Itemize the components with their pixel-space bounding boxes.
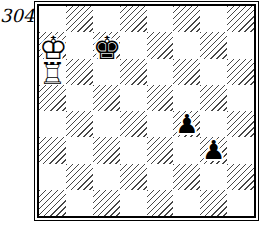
square-h5 (227, 85, 254, 111)
piece-black-king-c7: ♚ (93, 32, 120, 58)
square-c3 (93, 137, 120, 163)
black-pawn-glyph: ♟ (202, 137, 225, 163)
chess-board: ♚♔♚♜♖♟♟ (37, 4, 256, 218)
square-c1 (93, 190, 120, 216)
square-b8 (66, 6, 93, 32)
chess-diagram: 304 ♚♔♚♜♖♟♟ (0, 0, 264, 225)
square-e3 (147, 137, 174, 163)
piece-white-rook-a6: ♜♖ (39, 59, 66, 85)
square-a6: ♜♖ (39, 59, 66, 85)
diagram-number: 304 (0, 6, 32, 26)
square-h6 (227, 59, 254, 85)
square-b6 (66, 59, 93, 85)
square-c6 (93, 59, 120, 85)
square-d6 (120, 59, 147, 85)
square-e6 (147, 59, 174, 85)
black-pawn-glyph: ♟ (175, 111, 198, 137)
square-b5 (66, 85, 93, 111)
square-b7 (66, 32, 93, 58)
square-h8 (227, 6, 254, 32)
square-b1 (66, 190, 93, 216)
square-e1 (147, 190, 174, 216)
square-e4 (147, 111, 174, 137)
square-h2 (227, 164, 254, 190)
square-a3 (39, 137, 66, 163)
square-e8 (147, 6, 174, 32)
piece-black-pawn-f4: ♟ (173, 111, 200, 137)
square-d2 (120, 164, 147, 190)
board-frame: ♚♔♚♜♖♟♟ (34, 1, 259, 221)
piece-black-pawn-g3: ♟ (200, 137, 227, 163)
square-h1 (227, 190, 254, 216)
square-g8 (200, 6, 227, 32)
square-f6 (173, 59, 200, 85)
square-a2 (39, 164, 66, 190)
square-a5 (39, 85, 66, 111)
square-h4 (227, 111, 254, 137)
square-d4 (120, 111, 147, 137)
square-d8 (120, 6, 147, 32)
square-c8 (93, 6, 120, 32)
square-f5 (173, 85, 200, 111)
square-e7 (147, 32, 174, 58)
square-f4: ♟ (173, 111, 200, 137)
square-c4 (93, 111, 120, 137)
square-e5 (147, 85, 174, 111)
square-b4 (66, 111, 93, 137)
square-f8 (173, 6, 200, 32)
square-f2 (173, 164, 200, 190)
square-g6 (200, 59, 227, 85)
square-c7: ♚ (93, 32, 120, 58)
square-b2 (66, 164, 93, 190)
square-a7: ♚♔ (39, 32, 66, 58)
square-b3 (66, 137, 93, 163)
square-a1 (39, 190, 66, 216)
square-a4 (39, 111, 66, 137)
square-g3: ♟ (200, 137, 227, 163)
square-g7 (200, 32, 227, 58)
square-c5 (93, 85, 120, 111)
square-f7 (173, 32, 200, 58)
piece-white-king-a7: ♚♔ (39, 32, 66, 58)
square-d5 (120, 85, 147, 111)
square-f3 (173, 137, 200, 163)
square-d3 (120, 137, 147, 163)
square-h7 (227, 32, 254, 58)
square-g1 (200, 190, 227, 216)
square-a8 (39, 6, 66, 32)
square-g2 (200, 164, 227, 190)
square-c2 (93, 164, 120, 190)
square-g4 (200, 111, 227, 137)
square-e2 (147, 164, 174, 190)
square-d7 (120, 32, 147, 58)
square-d1 (120, 190, 147, 216)
square-f1 (173, 190, 200, 216)
square-h3 (227, 137, 254, 163)
square-g5 (200, 85, 227, 111)
